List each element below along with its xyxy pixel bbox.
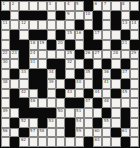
clue-number: 30	[3, 60, 8, 64]
white-cell[interactable]	[47, 30, 56, 40]
white-cell[interactable]: 42	[19, 89, 28, 99]
black-cell	[65, 118, 74, 128]
black-cell	[38, 89, 47, 99]
white-cell[interactable]	[38, 137, 47, 147]
black-cell	[56, 11, 65, 21]
white-cell[interactable]: 16	[75, 30, 84, 40]
white-cell[interactable]	[111, 30, 120, 40]
white-cell[interactable]: 34	[47, 69, 56, 79]
white-cell[interactable]	[130, 69, 139, 79]
black-cell	[121, 137, 130, 147]
white-cell[interactable]: 17	[93, 30, 102, 40]
black-cell	[111, 40, 120, 50]
black-cell	[19, 11, 28, 21]
white-cell[interactable]	[10, 128, 19, 138]
white-cell[interactable]: 14	[130, 20, 139, 30]
clue-number: 2	[12, 2, 15, 6]
black-cell	[84, 59, 93, 69]
black-cell	[38, 11, 47, 21]
white-cell[interactable]	[19, 79, 28, 89]
clue-number: 36	[104, 70, 109, 74]
black-cell	[102, 108, 111, 118]
white-cell[interactable]: 36	[102, 69, 111, 79]
black-cell	[84, 1, 93, 11]
white-cell[interactable]	[56, 128, 65, 138]
white-cell[interactable]	[1, 40, 10, 50]
clue-number: 54	[76, 119, 81, 123]
clue-number: 37	[122, 70, 127, 74]
black-cell	[75, 50, 84, 60]
black-cell	[93, 118, 102, 128]
white-cell[interactable]	[47, 137, 56, 147]
white-cell[interactable]	[84, 108, 93, 118]
clue-number: 9	[67, 12, 70, 16]
black-cell	[19, 59, 28, 69]
black-cell	[10, 118, 19, 128]
white-cell[interactable]	[111, 108, 120, 118]
white-cell[interactable]	[130, 89, 139, 99]
clue-number: 20	[58, 41, 63, 45]
clue-number: 17	[94, 31, 99, 35]
clue-number: 55	[104, 119, 109, 123]
black-cell	[84, 40, 93, 50]
white-cell[interactable]	[56, 118, 65, 128]
clue-number: 7	[104, 2, 107, 6]
white-cell[interactable]: 47	[84, 98, 93, 108]
black-cell	[111, 69, 120, 79]
clue-number: 3	[48, 2, 51, 6]
white-cell[interactable]	[65, 137, 74, 147]
clue-number: 44	[94, 90, 99, 94]
black-cell	[93, 98, 102, 108]
white-cell[interactable]: 35	[84, 69, 93, 79]
clue-number: 53	[48, 119, 53, 123]
white-cell[interactable]	[130, 79, 139, 89]
white-cell[interactable]: 15	[65, 30, 74, 40]
white-cell[interactable]	[65, 108, 74, 118]
white-cell[interactable]	[10, 20, 19, 30]
clue-number: 18	[30, 41, 35, 45]
white-cell[interactable]	[84, 20, 93, 30]
white-cell[interactable]	[47, 89, 56, 99]
white-cell[interactable]	[130, 98, 139, 108]
white-cell[interactable]	[75, 89, 84, 99]
black-cell	[19, 128, 28, 138]
white-cell[interactable]: 45	[121, 89, 130, 99]
white-cell[interactable]: 23	[10, 50, 19, 60]
white-cell[interactable]: 31	[29, 59, 38, 69]
clue-number: 23	[12, 51, 17, 55]
white-cell[interactable]	[75, 11, 84, 21]
white-cell[interactable]: 39	[47, 79, 56, 89]
black-cell	[93, 79, 102, 89]
black-cell	[10, 89, 19, 99]
white-cell[interactable]	[29, 1, 38, 11]
clue-number: 16	[76, 31, 81, 35]
white-cell[interactable]	[130, 108, 139, 118]
black-cell	[29, 11, 38, 21]
white-cell[interactable]	[1, 30, 10, 40]
white-cell[interactable]	[38, 59, 47, 69]
clue-number: 52	[21, 119, 26, 123]
white-cell[interactable]	[111, 1, 120, 11]
white-cell[interactable]: 53	[47, 118, 56, 128]
clue-number: 10	[85, 12, 90, 16]
white-cell[interactable]	[29, 137, 38, 147]
clue-number: 62	[21, 138, 26, 142]
white-cell[interactable]	[47, 98, 56, 108]
white-cell[interactable]	[56, 98, 65, 108]
white-cell[interactable]	[29, 118, 38, 128]
white-cell[interactable]	[10, 79, 19, 89]
white-cell[interactable]: 60	[93, 128, 102, 138]
clue-number: 38	[3, 80, 8, 84]
white-cell[interactable]: 38	[1, 79, 10, 89]
white-cell[interactable]	[102, 30, 111, 40]
black-cell	[19, 98, 28, 108]
black-cell	[47, 108, 56, 118]
black-cell	[93, 20, 102, 30]
black-cell	[19, 108, 28, 118]
black-cell	[29, 79, 38, 89]
black-cell	[10, 98, 19, 108]
clue-number: 40	[76, 80, 81, 84]
white-cell[interactable]	[111, 98, 120, 108]
white-cell[interactable]	[19, 30, 28, 40]
white-cell[interactable]	[38, 1, 47, 11]
white-cell[interactable]: 46	[29, 98, 38, 108]
clue-number: 47	[85, 99, 90, 103]
white-cell[interactable]	[1, 118, 10, 128]
black-cell	[121, 118, 130, 128]
white-cell[interactable]: 59	[75, 128, 84, 138]
white-cell[interactable]	[84, 79, 93, 89]
white-cell[interactable]: 24	[29, 50, 38, 60]
black-cell	[38, 79, 47, 89]
black-cell	[29, 108, 38, 118]
white-cell[interactable]	[130, 128, 139, 138]
clue-number: 45	[122, 90, 127, 94]
white-cell[interactable]: 3	[47, 1, 56, 11]
white-cell[interactable]	[111, 118, 120, 128]
white-cell[interactable]	[56, 79, 65, 89]
white-cell[interactable]	[56, 20, 65, 30]
black-cell	[121, 30, 130, 40]
white-cell[interactable]	[102, 11, 111, 21]
clue-number: 11	[3, 21, 8, 25]
white-cell[interactable]: 13	[121, 20, 130, 30]
white-cell[interactable]	[29, 20, 38, 30]
white-cell[interactable]	[56, 1, 65, 11]
white-cell[interactable]	[121, 11, 130, 21]
white-cell[interactable]: 1	[1, 1, 10, 11]
white-cell[interactable]	[47, 128, 56, 138]
white-cell[interactable]	[121, 50, 130, 60]
white-cell[interactable]	[102, 137, 111, 147]
clue-number: 1	[3, 2, 6, 6]
black-cell	[121, 108, 130, 118]
black-cell	[47, 40, 56, 50]
white-cell[interactable]: 26	[84, 50, 93, 60]
clue-number: 8	[122, 2, 125, 6]
black-cell	[111, 11, 120, 21]
clue-number: 56	[3, 129, 8, 133]
white-cell[interactable]	[47, 11, 56, 21]
clue-number: 21	[122, 41, 127, 45]
clue-number: 43	[67, 90, 72, 94]
white-cell[interactable]: 32	[65, 59, 74, 69]
white-cell[interactable]	[56, 137, 65, 147]
black-cell	[93, 40, 102, 50]
black-cell	[121, 59, 130, 69]
black-cell	[19, 40, 28, 50]
clue-number: 22	[3, 51, 8, 55]
white-cell[interactable]: 4	[65, 1, 74, 11]
white-cell[interactable]: 9	[65, 11, 74, 21]
black-cell	[38, 108, 47, 118]
white-cell[interactable]: 37	[121, 69, 130, 79]
black-cell	[102, 59, 111, 69]
black-cell	[10, 30, 19, 40]
clue-number: 58	[39, 129, 44, 133]
clue-number: 61	[122, 129, 127, 133]
clue-number: 63	[94, 138, 99, 142]
white-cell[interactable]	[93, 108, 102, 118]
clue-number: 34	[48, 70, 53, 74]
white-cell[interactable]	[130, 30, 139, 40]
white-cell[interactable]	[1, 137, 10, 147]
clue-number: 28	[113, 51, 118, 55]
clue-number: 15	[67, 31, 72, 35]
clue-number: 5	[76, 2, 79, 6]
clue-number: 42	[21, 90, 26, 94]
white-cell[interactable]: 49	[1, 108, 10, 118]
black-cell	[38, 69, 47, 79]
clue-number: 4	[67, 2, 70, 6]
black-cell	[29, 69, 38, 79]
white-cell[interactable]	[130, 59, 139, 69]
white-cell[interactable]: 11	[1, 20, 10, 30]
white-cell[interactable]: 10	[84, 11, 93, 21]
clue-number: 39	[48, 80, 53, 84]
white-cell[interactable]: 51	[75, 108, 84, 118]
black-cell	[111, 128, 120, 138]
white-cell[interactable]	[19, 1, 28, 11]
white-cell[interactable]	[121, 98, 130, 108]
clue-number: 51	[76, 109, 81, 113]
black-cell	[56, 89, 65, 99]
white-cell[interactable]: 12	[19, 20, 28, 30]
white-cell[interactable]	[102, 40, 111, 50]
white-cell[interactable]	[75, 137, 84, 147]
white-cell[interactable]: 61	[121, 128, 130, 138]
black-cell	[10, 69, 19, 79]
white-cell[interactable]: 25	[65, 50, 74, 60]
white-cell[interactable]: 30	[1, 59, 10, 69]
white-cell[interactable]: 18	[29, 40, 38, 50]
clue-number: 50	[58, 109, 63, 113]
white-cell[interactable]	[10, 59, 19, 69]
white-cell[interactable]: 58	[38, 128, 47, 138]
black-cell	[1, 11, 10, 21]
white-cell[interactable]: 22	[1, 50, 10, 60]
white-cell[interactable]	[75, 59, 84, 69]
clue-number: 41	[104, 80, 109, 84]
clue-number: 25	[67, 51, 72, 55]
white-cell[interactable]	[93, 59, 102, 69]
white-cell[interactable]: 5	[75, 1, 84, 11]
black-cell	[84, 89, 93, 99]
white-cell[interactable]: 29	[130, 50, 139, 60]
white-cell[interactable]: 50	[56, 108, 65, 118]
white-cell[interactable]: 8	[121, 1, 130, 11]
clue-number: 32	[67, 60, 72, 64]
white-cell[interactable]: 54	[75, 118, 84, 128]
black-cell	[75, 98, 84, 108]
black-cell	[47, 59, 56, 69]
white-cell[interactable]	[130, 1, 139, 11]
black-cell	[111, 89, 120, 99]
white-cell[interactable]: 48	[102, 98, 111, 108]
black-cell	[75, 69, 84, 79]
clue-number: 33	[21, 70, 26, 74]
white-cell[interactable]: 28	[111, 50, 120, 60]
clue-number: 19	[39, 41, 44, 45]
white-cell[interactable]	[111, 59, 120, 69]
clue-number: 49	[3, 109, 8, 113]
crossword-grid: 1234567891011121314151617181920212223242…	[1, 1, 139, 147]
white-cell[interactable]	[29, 89, 38, 99]
black-cell	[29, 30, 38, 40]
black-cell	[93, 11, 102, 21]
clue-number: 35	[85, 70, 90, 74]
black-cell	[10, 137, 19, 147]
white-cell[interactable]: 63	[93, 137, 102, 147]
black-cell	[38, 30, 47, 40]
white-cell[interactable]	[65, 69, 74, 79]
clue-number: 29	[131, 51, 136, 55]
black-cell	[121, 79, 130, 89]
white-cell[interactable]: 62	[19, 137, 28, 147]
black-cell	[65, 128, 74, 138]
white-cell[interactable]	[47, 50, 56, 60]
black-cell	[56, 30, 65, 40]
white-cell[interactable]: 7	[102, 1, 111, 11]
clue-number: 27	[94, 51, 99, 55]
black-cell	[111, 20, 120, 30]
clue-number: 26	[85, 51, 90, 55]
clue-number: 60	[94, 129, 99, 133]
white-cell[interactable]	[1, 69, 10, 79]
white-cell[interactable]	[38, 20, 47, 30]
white-cell[interactable]	[10, 11, 19, 21]
black-cell	[65, 79, 74, 89]
white-cell[interactable]	[65, 20, 74, 30]
clue-number: 46	[30, 99, 35, 103]
black-cell	[65, 40, 74, 50]
white-cell[interactable]	[1, 89, 10, 99]
white-cell[interactable]	[56, 50, 65, 60]
white-cell[interactable]: 56	[1, 128, 10, 138]
black-cell	[38, 118, 47, 128]
white-cell[interactable]: 21	[121, 40, 130, 50]
white-cell[interactable]: 44	[93, 89, 102, 99]
white-cell[interactable]: 19	[38, 40, 47, 50]
clue-number: 31	[30, 60, 35, 64]
white-cell[interactable]	[47, 20, 56, 30]
black-cell	[75, 20, 84, 30]
clue-number: 13	[122, 21, 127, 25]
white-cell[interactable]: 57	[29, 128, 38, 138]
black-cell	[56, 69, 65, 79]
white-cell[interactable]	[84, 118, 93, 128]
white-cell[interactable]	[38, 50, 47, 60]
white-cell[interactable]	[111, 79, 120, 89]
white-cell[interactable]: 40	[75, 79, 84, 89]
black-cell	[130, 11, 139, 21]
white-cell[interactable]: 52	[19, 118, 28, 128]
clue-number: 6	[94, 2, 97, 6]
white-cell[interactable]	[84, 128, 93, 138]
white-cell[interactable]	[102, 50, 111, 60]
white-cell[interactable]	[102, 128, 111, 138]
black-cell	[84, 137, 93, 147]
black-cell	[19, 50, 28, 60]
white-cell[interactable]: 55	[102, 118, 111, 128]
white-cell[interactable]: 20	[56, 40, 65, 50]
clue-number: 59	[76, 129, 81, 133]
white-cell[interactable]: 41	[102, 79, 111, 89]
black-cell	[84, 30, 93, 40]
white-cell[interactable]: 2	[10, 1, 19, 11]
black-cell	[130, 40, 139, 50]
white-cell[interactable]	[130, 137, 139, 147]
white-cell[interactable]	[111, 137, 120, 147]
clue-number: 57	[30, 129, 35, 133]
crossword-board: 1234567891011121314151617181920212223242…	[0, 0, 140, 148]
black-cell	[65, 98, 74, 108]
white-cell[interactable]: 43	[65, 89, 74, 99]
white-cell[interactable]	[75, 40, 84, 50]
clue-number: 24	[30, 51, 35, 55]
white-cell[interactable]	[130, 118, 139, 128]
white-cell[interactable]	[10, 108, 19, 118]
clue-number: 14	[131, 21, 136, 25]
clue-number: 48	[104, 99, 109, 103]
white-cell[interactable]: 33	[19, 69, 28, 79]
black-cell	[93, 69, 102, 79]
black-cell	[10, 40, 19, 50]
white-cell[interactable]: 27	[93, 50, 102, 60]
black-cell	[56, 59, 65, 69]
white-cell[interactable]	[102, 20, 111, 30]
white-cell[interactable]	[102, 89, 111, 99]
white-cell[interactable]: 6	[93, 1, 102, 11]
white-cell[interactable]	[38, 98, 47, 108]
white-cell[interactable]	[1, 98, 10, 108]
clue-number: 12	[21, 21, 26, 25]
